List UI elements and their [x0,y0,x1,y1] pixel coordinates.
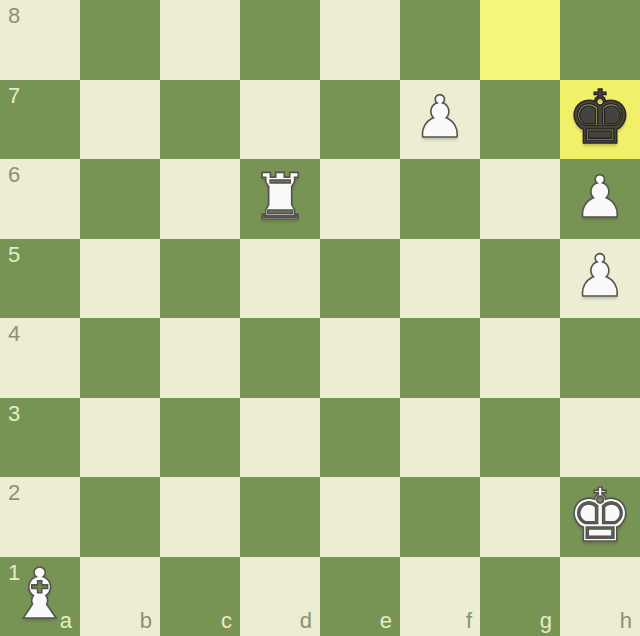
square-b3[interactable] [80,398,160,478]
square-f1[interactable]: f [400,557,480,636]
square-e2[interactable] [320,477,400,557]
square-d7[interactable] [240,80,320,160]
square-c4[interactable] [160,318,240,398]
square-h5[interactable]: ♟ [560,239,640,319]
square-a7[interactable]: 7 [0,80,80,160]
chess-board-area: 87♟♚6♜♟5♟432♚1a♝bcdefgh [0,0,640,636]
square-d6[interactable]: ♜ [240,159,320,239]
square-h2[interactable]: ♚ [560,477,640,557]
square-b5[interactable] [80,239,160,319]
square-a5[interactable]: 5 [0,239,80,319]
square-e4[interactable] [320,318,400,398]
square-h4[interactable] [560,318,640,398]
square-g5[interactable] [480,239,560,319]
square-e8[interactable] [320,0,400,80]
square-f2[interactable] [400,477,480,557]
square-a6[interactable]: 6 [0,159,80,239]
piece-white-king[interactable]: ♚ [567,478,633,552]
piece-white-bishop[interactable]: ♝ [9,559,72,629]
square-g8[interactable] [480,0,560,80]
file-label-f: f [466,610,472,632]
square-f7[interactable]: ♟ [400,80,480,160]
square-e6[interactable] [320,159,400,239]
square-c1[interactable]: c [160,557,240,636]
square-f5[interactable] [400,239,480,319]
square-b4[interactable] [80,318,160,398]
square-d8[interactable] [240,0,320,80]
square-f3[interactable] [400,398,480,478]
square-d3[interactable] [240,398,320,478]
rank-label-6: 6 [8,164,20,186]
square-c3[interactable] [160,398,240,478]
rank-label-2: 2 [8,482,20,504]
rank-label-4: 4 [8,323,20,345]
rank-label-3: 3 [8,403,20,425]
file-label-c: c [221,610,232,632]
square-b2[interactable] [80,477,160,557]
square-d2[interactable] [240,477,320,557]
square-d1[interactable]: d [240,557,320,636]
square-h7[interactable]: ♚ [560,80,640,160]
square-g1[interactable]: g [480,557,560,636]
file-label-e: e [380,610,392,632]
square-g6[interactable] [480,159,560,239]
piece-white-pawn[interactable]: ♟ [574,168,626,226]
square-g2[interactable] [480,477,560,557]
square-b6[interactable] [80,159,160,239]
square-a1[interactable]: 1a♝ [0,557,80,636]
rank-label-5: 5 [8,244,20,266]
square-c8[interactable] [160,0,240,80]
piece-black-king[interactable]: ♚ [567,80,633,154]
chess-board: 87♟♚6♜♟5♟432♚1a♝bcdefgh [0,0,640,636]
square-e7[interactable] [320,80,400,160]
square-e1[interactable]: e [320,557,400,636]
square-b1[interactable]: b [80,557,160,636]
square-g3[interactable] [480,398,560,478]
square-h3[interactable] [560,398,640,478]
square-e5[interactable] [320,239,400,319]
square-b8[interactable] [80,0,160,80]
square-h6[interactable]: ♟ [560,159,640,239]
rank-label-8: 8 [8,5,20,27]
file-label-b: b [140,610,152,632]
square-h8[interactable] [560,0,640,80]
file-label-d: d [300,610,312,632]
piece-white-pawn[interactable]: ♟ [574,247,626,305]
square-c7[interactable] [160,80,240,160]
square-b7[interactable] [80,80,160,160]
piece-white-pawn[interactable]: ♟ [414,88,466,146]
square-c6[interactable] [160,159,240,239]
square-a4[interactable]: 4 [0,318,80,398]
file-label-h: h [620,610,632,632]
square-a2[interactable]: 2 [0,477,80,557]
square-g4[interactable] [480,318,560,398]
square-g7[interactable] [480,80,560,160]
square-a8[interactable]: 8 [0,0,80,80]
square-d4[interactable] [240,318,320,398]
square-c5[interactable] [160,239,240,319]
square-f6[interactable] [400,159,480,239]
square-h1[interactable]: h [560,557,640,636]
square-d5[interactable] [240,239,320,319]
square-c2[interactable] [160,477,240,557]
square-a3[interactable]: 3 [0,398,80,478]
rank-label-7: 7 [8,85,20,107]
piece-white-rook[interactable]: ♜ [251,165,308,229]
square-f4[interactable] [400,318,480,398]
file-label-g: g [540,610,552,632]
square-f8[interactable] [400,0,480,80]
square-e3[interactable] [320,398,400,478]
